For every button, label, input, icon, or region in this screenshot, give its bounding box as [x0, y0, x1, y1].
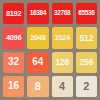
- tile-r1c4-65536: 65536: [76, 3, 97, 24]
- tile-r1c3-32768: 32768: [52, 3, 73, 24]
- tile-r3c4-256: 256: [76, 52, 97, 73]
- tile-r4c2-8: 8: [27, 76, 48, 97]
- tile-r2c2-2048: 2048: [27, 27, 48, 48]
- tile-r1c1-8192: 8192: [3, 3, 24, 24]
- tile-r1c2-16384: 16384: [27, 3, 48, 24]
- tile-r3c2-64: 64: [27, 52, 48, 73]
- game-board-2048[interactable]: 8192163843276865536409620481024512326412…: [0, 0, 100, 100]
- tile-r2c4-512: 512: [76, 27, 97, 48]
- tile-r3c1-32: 32: [3, 52, 24, 73]
- tile-r4c4-2: 2: [76, 76, 97, 97]
- tile-r4c3-4: 4: [52, 76, 73, 97]
- tile-r3c3-128: 128: [52, 52, 73, 73]
- tile-r2c1-4096: 4096: [3, 27, 24, 48]
- tile-r4c1-16: 16: [3, 76, 24, 97]
- tile-r2c3-1024: 1024: [52, 27, 73, 48]
